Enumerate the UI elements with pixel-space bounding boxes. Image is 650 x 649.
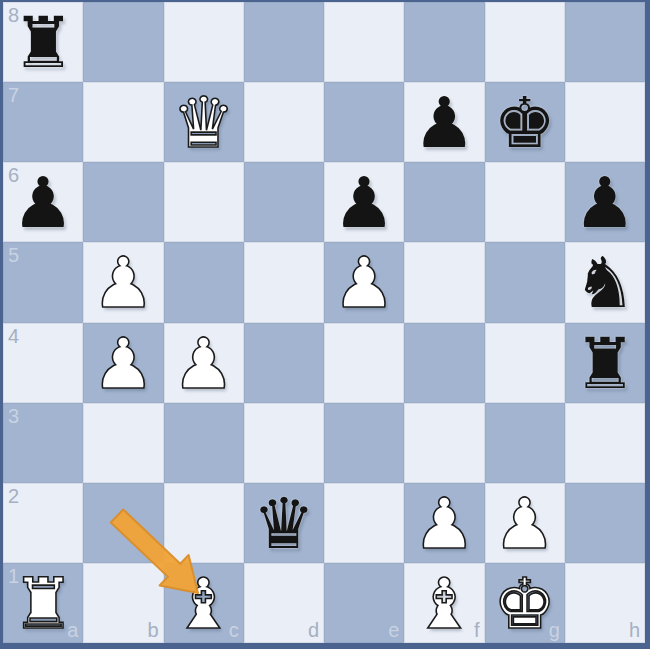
square-d8[interactable] xyxy=(244,2,324,82)
square-h4[interactable]: ♜ xyxy=(565,323,645,403)
square-a7[interactable]: 7 xyxy=(3,82,83,162)
chess-app: 8♜7♛♟♚6♟♟♟5♟♟♞4♟♟♜32♛♟♟1a♜bc♝def♝g♚h xyxy=(0,0,650,649)
square-d4[interactable] xyxy=(244,323,324,403)
square-h1[interactable]: h xyxy=(565,563,645,643)
square-g3[interactable] xyxy=(485,403,565,483)
square-c7[interactable]: ♛ xyxy=(164,82,244,162)
square-c2[interactable] xyxy=(164,483,244,563)
square-a5[interactable]: 5 xyxy=(3,242,83,322)
square-b2[interactable] xyxy=(83,483,163,563)
white-king-g1[interactable]: ♚ xyxy=(493,569,556,639)
black-queen-d2[interactable]: ♛ xyxy=(252,489,315,559)
white-bishop-c1[interactable]: ♝ xyxy=(172,569,235,639)
rank-label-2: 2 xyxy=(8,486,19,506)
square-g4[interactable] xyxy=(485,323,565,403)
square-c4[interactable]: ♟ xyxy=(164,323,244,403)
square-b4[interactable]: ♟ xyxy=(83,323,163,403)
rank-label-5: 5 xyxy=(8,245,19,265)
square-f6[interactable] xyxy=(404,162,484,242)
square-e8[interactable] xyxy=(324,2,404,82)
square-d1[interactable]: d xyxy=(244,563,324,643)
black-pawn-h6[interactable]: ♟ xyxy=(573,168,636,238)
black-rook-h4[interactable]: ♜ xyxy=(573,329,636,399)
square-a2[interactable]: 2 xyxy=(3,483,83,563)
square-g7[interactable]: ♚ xyxy=(485,82,565,162)
white-pawn-b5[interactable]: ♟ xyxy=(92,248,155,318)
square-f4[interactable] xyxy=(404,323,484,403)
square-h6[interactable]: ♟ xyxy=(565,162,645,242)
chess-board: 8♜7♛♟♚6♟♟♟5♟♟♞4♟♟♜32♛♟♟1a♜bc♝def♝g♚h xyxy=(3,2,645,643)
square-c1[interactable]: c♝ xyxy=(164,563,244,643)
square-h3[interactable] xyxy=(565,403,645,483)
square-d5[interactable] xyxy=(244,242,324,322)
rank-label-7: 7 xyxy=(8,85,19,105)
white-bishop-f1[interactable]: ♝ xyxy=(413,569,476,639)
square-h2[interactable] xyxy=(565,483,645,563)
white-pawn-b4[interactable]: ♟ xyxy=(92,329,155,399)
square-f1[interactable]: f♝ xyxy=(404,563,484,643)
square-a3[interactable]: 3 xyxy=(3,403,83,483)
rank-label-4: 4 xyxy=(8,326,19,346)
square-a4[interactable]: 4 xyxy=(3,323,83,403)
square-f3[interactable] xyxy=(404,403,484,483)
square-b6[interactable] xyxy=(83,162,163,242)
square-b1[interactable]: b xyxy=(83,563,163,643)
square-e4[interactable] xyxy=(324,323,404,403)
black-rook-a8[interactable]: ♜ xyxy=(12,8,75,78)
square-d6[interactable] xyxy=(244,162,324,242)
black-pawn-e6[interactable]: ♟ xyxy=(333,168,396,238)
square-e2[interactable] xyxy=(324,483,404,563)
square-b7[interactable] xyxy=(83,82,163,162)
white-pawn-c4[interactable]: ♟ xyxy=(172,329,235,399)
square-f5[interactable] xyxy=(404,242,484,322)
square-b3[interactable] xyxy=(83,403,163,483)
square-a6[interactable]: 6♟ xyxy=(3,162,83,242)
square-g5[interactable] xyxy=(485,242,565,322)
square-a1[interactable]: 1a♜ xyxy=(3,563,83,643)
board-frame: 8♜7♛♟♚6♟♟♟5♟♟♞4♟♟♜32♛♟♟1a♜bc♝def♝g♚h xyxy=(0,0,650,649)
white-pawn-e5[interactable]: ♟ xyxy=(333,248,396,318)
square-e5[interactable]: ♟ xyxy=(324,242,404,322)
black-pawn-a6[interactable]: ♟ xyxy=(12,168,75,238)
square-g8[interactable] xyxy=(485,2,565,82)
square-b5[interactable]: ♟ xyxy=(83,242,163,322)
black-knight-h5[interactable]: ♞ xyxy=(573,248,636,318)
square-d3[interactable] xyxy=(244,403,324,483)
square-f7[interactable]: ♟ xyxy=(404,82,484,162)
square-f8[interactable] xyxy=(404,2,484,82)
file-label-b: b xyxy=(147,620,158,640)
file-label-h: h xyxy=(629,620,640,640)
square-b8[interactable] xyxy=(83,2,163,82)
white-queen-c7[interactable]: ♛ xyxy=(172,88,235,158)
file-label-d: d xyxy=(308,620,319,640)
square-c8[interactable] xyxy=(164,2,244,82)
square-a8[interactable]: 8♜ xyxy=(3,2,83,82)
white-pawn-g2[interactable]: ♟ xyxy=(493,489,556,559)
square-e1[interactable]: e xyxy=(324,563,404,643)
white-pawn-f2[interactable]: ♟ xyxy=(413,489,476,559)
square-e7[interactable] xyxy=(324,82,404,162)
square-e6[interactable]: ♟ xyxy=(324,162,404,242)
square-g6[interactable] xyxy=(485,162,565,242)
square-h5[interactable]: ♞ xyxy=(565,242,645,322)
square-h7[interactable] xyxy=(565,82,645,162)
square-d2[interactable]: ♛ xyxy=(244,483,324,563)
square-d7[interactable] xyxy=(244,82,324,162)
file-label-e: e xyxy=(388,620,399,640)
square-g1[interactable]: g♚ xyxy=(485,563,565,643)
square-g2[interactable]: ♟ xyxy=(485,483,565,563)
white-rook-a1[interactable]: ♜ xyxy=(12,569,75,639)
square-c5[interactable] xyxy=(164,242,244,322)
black-king-g7[interactable]: ♚ xyxy=(493,88,556,158)
square-c6[interactable] xyxy=(164,162,244,242)
square-f2[interactable]: ♟ xyxy=(404,483,484,563)
square-c3[interactable] xyxy=(164,403,244,483)
square-h8[interactable] xyxy=(565,2,645,82)
square-e3[interactable] xyxy=(324,403,404,483)
rank-label-3: 3 xyxy=(8,406,19,426)
black-pawn-f7[interactable]: ♟ xyxy=(413,88,476,158)
